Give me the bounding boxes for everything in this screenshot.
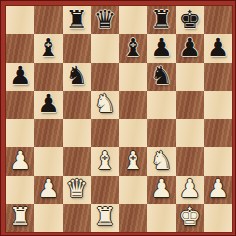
- square-c3[interactable]: [63, 147, 91, 175]
- square-f4[interactable]: [147, 119, 175, 147]
- black-bishop-piece: ♝: [122, 35, 144, 60]
- black-pawn-piece: ♟: [207, 35, 229, 60]
- square-e2[interactable]: [119, 176, 147, 204]
- square-h3[interactable]: [204, 147, 232, 175]
- square-c8[interactable]: ♜: [63, 6, 91, 34]
- square-b5[interactable]: ♟: [34, 91, 62, 119]
- chess-board[interactable]: ♜♛♜♚♝♝♟♟♟♟♞♞♟♞♟♝♝♞♟♛♟♟♟♜♜♚: [6, 6, 232, 232]
- black-pawn-piece: ♟: [9, 63, 31, 88]
- square-e3[interactable]: ♝: [119, 147, 147, 175]
- square-g5[interactable]: [176, 91, 204, 119]
- square-b4[interactable]: [34, 119, 62, 147]
- square-h7[interactable]: ♟: [204, 34, 232, 62]
- square-d4[interactable]: [91, 119, 119, 147]
- square-g4[interactable]: [176, 119, 204, 147]
- square-g6[interactable]: [176, 63, 204, 91]
- square-b7[interactable]: ♝: [34, 34, 62, 62]
- white-rook-piece: ♜: [9, 204, 31, 229]
- square-e8[interactable]: [119, 6, 147, 34]
- white-pawn-piece: ♟: [178, 176, 200, 201]
- square-a6[interactable]: ♟: [6, 63, 34, 91]
- square-h2[interactable]: ♟: [204, 176, 232, 204]
- square-f3[interactable]: ♞: [147, 147, 175, 175]
- square-g3[interactable]: [176, 147, 204, 175]
- square-a2[interactable]: [6, 176, 34, 204]
- square-c7[interactable]: [63, 34, 91, 62]
- black-pawn-piece: ♟: [150, 35, 172, 60]
- chess-app-window: ♜♛♜♚♝♝♟♟♟♟♞♞♟♞♟♝♝♞♟♛♟♟♟♜♜♚: [0, 0, 236, 236]
- square-g8[interactable]: ♚: [176, 6, 204, 34]
- black-queen-piece: ♛: [94, 7, 116, 32]
- square-d6[interactable]: [91, 63, 119, 91]
- white-rook-piece: ♜: [94, 204, 116, 229]
- square-a5[interactable]: [6, 91, 34, 119]
- square-d2[interactable]: [91, 176, 119, 204]
- white-bishop-piece: ♝: [122, 148, 144, 173]
- black-rook-piece: ♜: [65, 7, 87, 32]
- square-d1[interactable]: ♜: [91, 204, 119, 232]
- square-f1[interactable]: [147, 204, 175, 232]
- black-pawn-piece: ♟: [37, 91, 59, 116]
- square-h1[interactable]: [204, 204, 232, 232]
- square-g2[interactable]: ♟: [176, 176, 204, 204]
- square-e6[interactable]: [119, 63, 147, 91]
- square-a8[interactable]: [6, 6, 34, 34]
- square-d5[interactable]: ♞: [91, 91, 119, 119]
- square-b1[interactable]: [34, 204, 62, 232]
- square-f5[interactable]: [147, 91, 175, 119]
- square-e1[interactable]: [119, 204, 147, 232]
- square-e7[interactable]: ♝: [119, 34, 147, 62]
- square-f7[interactable]: ♟: [147, 34, 175, 62]
- black-knight-piece: ♞: [150, 63, 172, 88]
- square-b3[interactable]: [34, 147, 62, 175]
- square-c6[interactable]: ♞: [63, 63, 91, 91]
- square-h4[interactable]: [204, 119, 232, 147]
- square-c1[interactable]: [63, 204, 91, 232]
- square-c4[interactable]: [63, 119, 91, 147]
- white-pawn-piece: ♟: [150, 176, 172, 201]
- black-king-piece: ♚: [178, 7, 200, 32]
- square-d3[interactable]: ♝: [91, 147, 119, 175]
- square-d8[interactable]: ♛: [91, 6, 119, 34]
- square-g7[interactable]: ♟: [176, 34, 204, 62]
- square-a3[interactable]: ♟: [6, 147, 34, 175]
- square-e5[interactable]: [119, 91, 147, 119]
- white-pawn-piece: ♟: [9, 148, 31, 173]
- square-a1[interactable]: ♜: [6, 204, 34, 232]
- square-h8[interactable]: [204, 6, 232, 34]
- square-b2[interactable]: ♟: [34, 176, 62, 204]
- square-f6[interactable]: ♞: [147, 63, 175, 91]
- black-pawn-piece: ♟: [178, 35, 200, 60]
- square-a4[interactable]: [6, 119, 34, 147]
- square-f8[interactable]: ♜: [147, 6, 175, 34]
- square-f2[interactable]: ♟: [147, 176, 175, 204]
- white-pawn-piece: ♟: [37, 176, 59, 201]
- white-knight-piece: ♞: [150, 148, 172, 173]
- black-knight-piece: ♞: [65, 63, 87, 88]
- square-b8[interactable]: [34, 6, 62, 34]
- white-queen-piece: ♛: [65, 176, 87, 201]
- white-knight-piece: ♞: [94, 91, 116, 116]
- square-b6[interactable]: [34, 63, 62, 91]
- white-pawn-piece: ♟: [207, 176, 229, 201]
- square-h5[interactable]: [204, 91, 232, 119]
- square-g1[interactable]: ♚: [176, 204, 204, 232]
- black-rook-piece: ♜: [150, 7, 172, 32]
- square-e4[interactable]: [119, 119, 147, 147]
- square-c2[interactable]: ♛: [63, 176, 91, 204]
- black-bishop-piece: ♝: [37, 35, 59, 60]
- white-king-piece: ♚: [178, 204, 200, 229]
- square-c5[interactable]: [63, 91, 91, 119]
- white-bishop-piece: ♝: [94, 148, 116, 173]
- square-h6[interactable]: [204, 63, 232, 91]
- square-d7[interactable]: [91, 34, 119, 62]
- square-a7[interactable]: [6, 34, 34, 62]
